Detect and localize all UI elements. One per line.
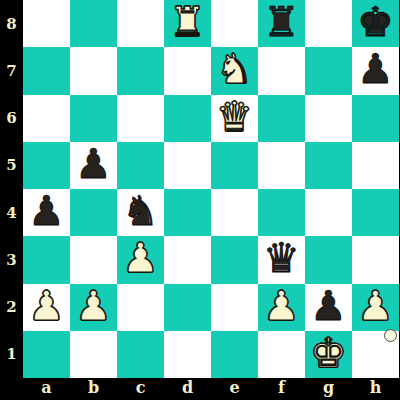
square-b7[interactable] [70,47,117,94]
square-b2[interactable]: ♟ [70,284,117,331]
piece-black-king[interactable]: ♚ [357,2,394,43]
square-b3[interactable] [70,236,117,283]
piece-white-pawn[interactable]: ♟ [122,238,159,279]
piece-white-pawn[interactable]: ♟ [357,286,394,327]
square-d7[interactable] [164,47,211,94]
square-e3[interactable] [211,236,258,283]
rank-label-1: 1 [0,331,23,378]
square-a8[interactable] [23,0,70,47]
chessboard: ♜♜♚♞♟♛♟♟♞♟♛♟♟♟♟♟♚ [23,0,399,378]
square-e2[interactable] [211,284,258,331]
file-label-g: g [305,378,352,400]
square-f7[interactable] [258,47,305,94]
square-h7[interactable]: ♟ [352,47,399,94]
square-h6[interactable] [352,95,399,142]
white-to-move-indicator [384,329,397,342]
rank-label-3: 3 [0,236,23,283]
square-d4[interactable] [164,189,211,236]
square-d1[interactable] [164,331,211,378]
rank-label-2: 2 [0,284,23,331]
rank-label-8: 8 [0,0,23,47]
square-f2[interactable]: ♟ [258,284,305,331]
file-label-e: e [211,378,258,400]
square-f4[interactable] [258,189,305,236]
square-g5[interactable] [305,142,352,189]
square-g3[interactable] [305,236,352,283]
rank-labels: 87654321 [0,0,23,378]
rank-label-4: 4 [0,189,23,236]
square-d3[interactable] [164,236,211,283]
square-b6[interactable] [70,95,117,142]
square-g6[interactable] [305,95,352,142]
piece-white-rook[interactable]: ♜ [169,2,206,43]
file-label-d: d [164,378,211,400]
piece-white-queen[interactable]: ♛ [216,97,253,138]
square-c3[interactable]: ♟ [117,236,164,283]
square-e7[interactable]: ♞ [211,47,258,94]
square-c8[interactable] [117,0,164,47]
file-label-c: c [117,378,164,400]
square-f5[interactable] [258,142,305,189]
square-e1[interactable] [211,331,258,378]
rank-label-5: 5 [0,142,23,189]
piece-black-pawn[interactable]: ♟ [28,191,65,232]
square-b1[interactable] [70,331,117,378]
square-c2[interactable] [117,284,164,331]
square-a1[interactable] [23,331,70,378]
square-b5[interactable]: ♟ [70,142,117,189]
file-label-a: a [23,378,70,400]
rank-label-6: 6 [0,95,23,142]
piece-black-queen[interactable]: ♛ [263,238,300,279]
square-e5[interactable] [211,142,258,189]
file-label-f: f [258,378,305,400]
piece-black-knight[interactable]: ♞ [122,191,159,232]
square-h2[interactable]: ♟ [352,284,399,331]
square-f8[interactable]: ♜ [258,0,305,47]
square-c6[interactable] [117,95,164,142]
square-d6[interactable] [164,95,211,142]
square-b8[interactable] [70,0,117,47]
square-c7[interactable] [117,47,164,94]
square-a3[interactable] [23,236,70,283]
square-a2[interactable]: ♟ [23,284,70,331]
square-h8[interactable]: ♚ [352,0,399,47]
square-c4[interactable]: ♞ [117,189,164,236]
square-c1[interactable] [117,331,164,378]
square-a4[interactable]: ♟ [23,189,70,236]
piece-black-pawn[interactable]: ♟ [310,286,347,327]
chessboard-frame: 87654321 ♜♜♚♞♟♛♟♟♞♟♛♟♟♟♟♟♚ abcdefgh [0,0,400,400]
square-h3[interactable] [352,236,399,283]
piece-black-pawn[interactable]: ♟ [357,49,394,90]
piece-white-knight[interactable]: ♞ [216,49,253,90]
rank-label-7: 7 [0,47,23,94]
piece-white-pawn[interactable]: ♟ [28,286,65,327]
file-labels: abcdefgh [23,378,399,400]
file-label-h: h [352,378,399,400]
square-d2[interactable] [164,284,211,331]
square-e6[interactable]: ♛ [211,95,258,142]
piece-white-king[interactable]: ♚ [310,333,347,374]
square-g4[interactable] [305,189,352,236]
square-g1[interactable]: ♚ [305,331,352,378]
square-h4[interactable] [352,189,399,236]
piece-white-pawn[interactable]: ♟ [75,286,112,327]
square-d5[interactable] [164,142,211,189]
square-f1[interactable] [258,331,305,378]
piece-white-pawn[interactable]: ♟ [263,286,300,327]
piece-black-rook[interactable]: ♜ [263,2,300,43]
square-g7[interactable] [305,47,352,94]
square-f3[interactable]: ♛ [258,236,305,283]
square-d8[interactable]: ♜ [164,0,211,47]
square-g8[interactable] [305,0,352,47]
square-e8[interactable] [211,0,258,47]
square-g2[interactable]: ♟ [305,284,352,331]
square-a6[interactable] [23,95,70,142]
square-a7[interactable] [23,47,70,94]
square-b4[interactable] [70,189,117,236]
piece-black-pawn[interactable]: ♟ [75,144,112,185]
square-e4[interactable] [211,189,258,236]
square-a5[interactable] [23,142,70,189]
square-f6[interactable] [258,95,305,142]
square-c5[interactable] [117,142,164,189]
file-label-b: b [70,378,117,400]
square-h5[interactable] [352,142,399,189]
